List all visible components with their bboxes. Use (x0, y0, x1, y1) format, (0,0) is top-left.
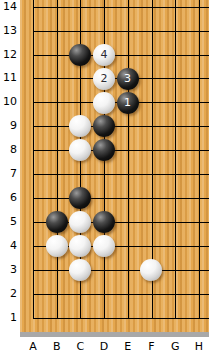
row-label-10: 10 (0, 94, 17, 110)
stone-black-C12[interactable] (69, 44, 91, 66)
stone-black-E10[interactable]: 1 (117, 92, 139, 114)
row-label-11: 11 (0, 70, 17, 86)
col-label-H: H (187, 339, 209, 355)
col-label-G: G (163, 339, 187, 355)
stone-move-number: 4 (100, 49, 107, 60)
row-label-7: 7 (0, 166, 17, 182)
col-label-F: F (140, 339, 164, 355)
stone-white-C9[interactable] (69, 115, 91, 137)
col-label-B: B (45, 339, 69, 355)
stone-white-F3[interactable] (140, 259, 162, 281)
stone-white-D12[interactable]: 4 (93, 44, 115, 66)
stone-white-D10[interactable] (93, 92, 115, 114)
stone-white-C4[interactable] (69, 235, 91, 257)
stone-white-C3[interactable] (69, 259, 91, 281)
stone-black-C6[interactable] (69, 187, 91, 209)
row-label-8: 8 (0, 142, 17, 158)
row-label-13: 13 (0, 23, 17, 39)
col-label-A: A (21, 339, 45, 355)
row-label-1: 1 (0, 310, 17, 326)
stone-white-C8[interactable] (69, 139, 91, 161)
stones-grid: 4231 (21, 0, 209, 330)
row-label-12: 12 (0, 47, 17, 63)
row-label-5: 5 (0, 214, 17, 230)
stone-white-C5[interactable] (69, 211, 91, 233)
row-label-3: 3 (0, 262, 17, 278)
col-label-C: C (68, 339, 92, 355)
board-bottom-shadow (20, 332, 209, 337)
stone-move-number: 3 (124, 73, 131, 84)
row-label-14: 14 (0, 0, 17, 15)
stone-black-D8[interactable] (93, 139, 115, 161)
stone-white-D11[interactable]: 2 (93, 68, 115, 90)
row-label-4: 4 (0, 238, 17, 254)
stone-move-number: 1 (124, 97, 131, 108)
stone-move-number: 2 (100, 73, 107, 84)
row-label-9: 9 (0, 118, 17, 134)
col-label-E: E (116, 339, 140, 355)
go-diagram: 4231 1413121110987654321 ABCDEFGH (0, 0, 209, 356)
stone-white-B4[interactable] (46, 235, 68, 257)
stone-black-E11[interactable]: 3 (117, 68, 139, 90)
stone-white-D4[interactable] (93, 235, 115, 257)
go-board[interactable]: 4231 (20, 0, 209, 332)
stone-black-B5[interactable] (46, 211, 68, 233)
col-label-D: D (92, 339, 116, 355)
stone-black-D9[interactable] (93, 115, 115, 137)
stone-black-D5[interactable] (93, 211, 115, 233)
row-label-6: 6 (0, 190, 17, 206)
row-label-2: 2 (0, 286, 17, 302)
